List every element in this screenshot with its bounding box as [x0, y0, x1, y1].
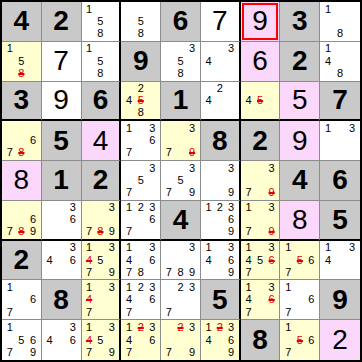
candidate-7: 7: [84, 226, 95, 238]
candidate-3: 3: [266, 242, 278, 254]
candidate-grid: 3579: [163, 162, 198, 199]
candidate-3: 3: [147, 122, 159, 134]
candidate-grid: 15679: [4, 321, 39, 359]
cell-r8c9[interactable]: 9: [320, 280, 360, 320]
candidate-1: 1: [322, 43, 334, 55]
given-digit: 2: [2, 241, 41, 280]
given-digit: 4: [280, 161, 319, 200]
candidate-1: 1: [123, 122, 135, 134]
cell-r1c8[interactable]: 3: [280, 2, 320, 42]
candidate-2: 2: [135, 202, 147, 214]
candidate-4: 4: [44, 334, 56, 347]
candidate-3: 3: [266, 202, 278, 214]
candidate-grid: 24: [203, 83, 237, 119]
cell-r8c1[interactable]: 167: [2, 280, 42, 320]
candidate-3: 3: [186, 162, 198, 174]
cell-r5c1[interactable]: 8: [2, 161, 42, 201]
candidate-grid: 13469: [203, 242, 237, 279]
cell-r8c8[interactable]: 167: [280, 280, 320, 320]
candidate-grid: 2458: [123, 83, 158, 119]
cell-r3c4[interactable]: 2458: [121, 82, 161, 122]
candidate-7: 7: [84, 306, 95, 318]
candidate-3: 3: [147, 321, 159, 334]
candidate-5-eliminated: 5: [135, 94, 147, 106]
candidate-8: 8: [135, 266, 147, 278]
candidate-3: 3: [67, 321, 79, 334]
candidate-1: 1: [84, 3, 95, 15]
cell-r9c6[interactable]: 123469: [201, 320, 241, 360]
candidate-grid: 1567: [282, 242, 317, 279]
candidate-6: 6: [225, 214, 236, 226]
candidate-3: 3: [147, 202, 159, 214]
cell-r9c5[interactable]: 2379: [161, 320, 201, 360]
candidate-grid: 379: [243, 162, 278, 199]
cell-r8c7[interactable]: 13467: [241, 280, 281, 320]
cell-r8c4[interactable]: 123467: [121, 280, 161, 320]
candidate-4: 4: [44, 254, 56, 266]
cell-r6c4[interactable]: 12367: [121, 201, 161, 241]
candidate-3: 3: [225, 43, 236, 55]
candidate-grid: 123467: [123, 321, 158, 359]
candidate-6: 6: [67, 214, 79, 226]
candidate-8-eliminated: 8: [16, 147, 28, 159]
candidate-grid: 346: [44, 242, 79, 279]
candidate-8: 8: [95, 67, 106, 79]
cell-r5c7[interactable]: 379: [241, 161, 281, 201]
candidate-grid: 158: [84, 3, 118, 40]
cell-r6c5[interactable]: 4: [161, 201, 201, 241]
cell-r9c4[interactable]: 123467: [121, 320, 161, 360]
cell-r2c5[interactable]: 358: [161, 42, 201, 82]
solved-digit: 5: [280, 82, 319, 120]
candidate-4: 4: [203, 94, 214, 106]
candidate-4: 4: [123, 294, 135, 306]
candidate-grid: 39: [203, 162, 237, 199]
cell-r1c9[interactable]: 18: [320, 2, 360, 42]
candidate-grid: 357: [123, 162, 158, 199]
candidate-1: 1: [203, 202, 214, 214]
candidate-grid: 158: [4, 43, 39, 80]
candidate-4-eliminated: 4: [84, 254, 95, 266]
candidate-5: 5: [95, 15, 106, 27]
candidate-7: 7: [282, 266, 294, 278]
candidate-3: 3: [266, 162, 278, 174]
candidate-1: 1: [282, 281, 294, 293]
cell-r8c3[interactable]: 1347: [82, 280, 122, 320]
cell-r9c7[interactable]: 8: [241, 320, 281, 360]
candidate-7: 7: [163, 346, 175, 359]
candidate-grid: 1367: [123, 122, 158, 159]
cell-r4c2[interactable]: 5: [42, 121, 82, 161]
candidate-grid: 123469: [203, 321, 237, 359]
candidate-7: 7: [123, 226, 135, 238]
candidate-7: 7: [4, 346, 16, 359]
candidate-4: 4: [243, 254, 255, 266]
candidate-7: 7: [123, 147, 135, 159]
given-digit: 3: [2, 82, 41, 120]
cell-r7c6[interactable]: 13469: [201, 241, 241, 281]
cell-r2c1[interactable]: 158: [2, 42, 42, 82]
given-digit: 2: [280, 42, 319, 81]
cell-r3c7[interactable]: 45: [241, 82, 281, 122]
candidate-9: 9: [27, 346, 39, 359]
candidate-4: 4: [203, 254, 214, 266]
candidate-grid: 45: [243, 83, 278, 119]
cell-r3c2[interactable]: 9: [42, 82, 82, 122]
candidate-7: 7: [4, 147, 16, 159]
candidate-4: 4: [243, 94, 255, 106]
candidate-9: 9: [225, 226, 236, 238]
cell-r8c2[interactable]: 8: [42, 280, 82, 320]
candidate-5: 5: [16, 334, 28, 347]
cell-r1c5[interactable]: 6: [161, 2, 201, 42]
given-digit: 8: [241, 320, 280, 360]
candidate-4: 4: [203, 334, 214, 347]
candidate-7: 7: [4, 226, 16, 238]
candidate-3: 3: [147, 281, 159, 293]
cell-r2c6[interactable]: 34: [201, 42, 241, 82]
candidate-9-eliminated: 9: [266, 226, 278, 238]
cell-r6c9[interactable]: 5: [320, 201, 360, 241]
given-digit: 5: [42, 121, 81, 160]
candidate-3: 3: [147, 242, 159, 254]
candidate-6: 6: [306, 254, 318, 266]
cell-r4c3[interactable]: 4: [82, 121, 122, 161]
cell-r1c3[interactable]: 158: [82, 2, 122, 42]
candidate-grid: 358: [163, 43, 198, 80]
candidate-9: 9: [225, 266, 236, 278]
candidate-4: 4: [123, 334, 135, 347]
cell-r7c5[interactable]: 3789: [161, 241, 201, 281]
candidate-6: 6: [147, 135, 159, 147]
candidate-1: 1: [203, 242, 214, 254]
given-digit: 8: [42, 280, 81, 319]
cell-r2c2[interactable]: 7: [42, 42, 82, 82]
candidate-8: 8: [95, 28, 106, 40]
candidate-4: 4: [322, 254, 334, 266]
cell-r7c1[interactable]: 2: [2, 241, 42, 281]
cell-r5c6[interactable]: 39: [201, 161, 241, 201]
candidate-6-eliminated: 6: [266, 294, 278, 306]
given-digit: 2: [82, 161, 120, 200]
candidate-7: 7: [123, 346, 135, 359]
candidate-3: 3: [147, 162, 159, 174]
given-digit: 4: [161, 201, 200, 239]
candidate-1: 1: [322, 242, 334, 254]
cell-r4c9[interactable]: 13: [320, 121, 360, 161]
candidate-grid: 134579: [84, 321, 118, 359]
candidate-4-eliminated: 4: [84, 294, 95, 306]
cell-r9c3[interactable]: 134579: [82, 320, 122, 360]
cell-r6c6[interactable]: 12369: [201, 201, 241, 241]
given-digit: 3: [280, 2, 319, 41]
candidate-grid: 12367: [123, 202, 158, 238]
candidate-3: 3: [67, 202, 79, 214]
candidate-5: 5: [135, 15, 147, 27]
cell-r2c9[interactable]: 148: [320, 42, 360, 82]
candidate-7: 7: [4, 306, 16, 318]
candidate-1: 1: [84, 281, 95, 293]
candidate-grid: 1347: [84, 281, 118, 318]
candidate-7: 7: [282, 306, 294, 318]
cell-r3c5[interactable]: 1: [161, 82, 201, 122]
cell-r7c3[interactable]: 134579: [82, 241, 122, 281]
candidate-grid: 18: [322, 3, 358, 40]
cell-r7c2[interactable]: 346: [42, 241, 82, 281]
candidate-grid: 12369: [203, 202, 237, 238]
cell-r7c9[interactable]: 134: [320, 241, 360, 281]
cell-r3c1[interactable]: 3: [2, 82, 42, 122]
given-digit: 1: [161, 82, 200, 120]
candidate-1: 1: [4, 321, 16, 334]
candidate-grid: 34: [203, 43, 237, 80]
candidate-grid: 1567: [282, 321, 317, 359]
candidate-5-eliminated: 5: [294, 334, 306, 347]
candidate-1: 1: [84, 242, 95, 254]
candidate-1: 1: [282, 321, 294, 334]
candidate-6: 6: [306, 294, 318, 306]
candidate-2: 2: [135, 281, 147, 293]
candidate-5-eliminated: 5: [254, 94, 266, 106]
candidate-grid: 2379: [163, 321, 198, 359]
candidate-grid: 3789: [84, 202, 118, 238]
candidate-3: 3: [225, 162, 236, 174]
candidate-2: 2: [214, 83, 225, 95]
candidate-grid: 13467: [243, 281, 278, 318]
cell-r5c3[interactable]: 2: [82, 161, 122, 201]
cell-r9c8[interactable]: 1567: [280, 320, 320, 360]
cell-r9c1[interactable]: 15679: [2, 320, 42, 360]
candidate-grid: 134: [322, 242, 358, 279]
candidate-7: 7: [243, 226, 255, 238]
candidate-grid: 134678: [123, 242, 158, 279]
candidate-6: 6: [306, 334, 318, 347]
candidate-8-eliminated: 8: [16, 67, 28, 79]
solved-digit: 9: [42, 82, 81, 120]
cell-r4c5[interactable]: 379: [161, 121, 201, 161]
candidate-8: 8: [175, 266, 187, 278]
candidate-6: 6: [67, 334, 79, 347]
candidate-3: 3: [225, 242, 236, 254]
cell-r4c7[interactable]: 2: [241, 121, 281, 161]
solved-digit: 7: [42, 42, 81, 81]
candidate-grid: 134579: [84, 242, 118, 279]
solved-digit: 8: [2, 161, 41, 200]
cell-r6c1[interactable]: 6789: [2, 201, 42, 241]
candidate-2-eliminated: 2: [214, 321, 225, 334]
candidate-1: 1: [282, 242, 294, 254]
candidate-7: 7: [163, 147, 175, 159]
candidate-grid: 237: [163, 281, 198, 318]
candidate-5: 5: [16, 55, 28, 67]
candidate-1: 1: [243, 242, 255, 254]
candidate-grid: 134567: [243, 242, 278, 279]
candidate-3: 3: [186, 281, 198, 293]
given-digit: 6: [161, 2, 200, 41]
solved-digit: 9: [280, 121, 319, 160]
candidate-9: 9: [27, 226, 39, 238]
candidate-2: 2: [214, 202, 225, 214]
candidate-8: 8: [175, 67, 187, 79]
cell-r2c8[interactable]: 2: [280, 42, 320, 82]
given-digit: 9: [320, 280, 360, 319]
given-digit: 4: [2, 2, 41, 41]
candidate-9-eliminated: 9: [186, 147, 198, 159]
candidate-3: 3: [67, 242, 79, 254]
solved-digit: 9: [241, 2, 280, 41]
candidate-7: 7: [123, 306, 135, 318]
cell-r4c4[interactable]: 1367: [121, 121, 161, 161]
candidate-grid: 167: [282, 281, 317, 318]
given-digit: 2: [42, 2, 81, 41]
cell-r4c8[interactable]: 9: [280, 121, 320, 161]
solved-digit: 2: [320, 320, 360, 360]
cell-r4c1[interactable]: 678: [2, 121, 42, 161]
candidate-2: 2: [135, 83, 147, 95]
candidate-1: 1: [84, 321, 95, 334]
candidate-2: 2: [175, 281, 187, 293]
candidate-1: 1: [84, 43, 95, 55]
candidate-8-eliminated: 8: [16, 226, 28, 238]
candidate-6: 6: [27, 334, 39, 347]
candidate-grid: 1379: [243, 202, 278, 238]
candidate-9: 9: [106, 266, 117, 278]
candidate-3: 3: [106, 281, 117, 293]
cell-r3c6[interactable]: 24: [201, 82, 241, 122]
given-digit: 1: [42, 161, 81, 200]
cell-r9c2[interactable]: 346: [42, 320, 82, 360]
candidate-grid: 148: [322, 43, 358, 80]
candidate-grid: 13: [322, 122, 358, 159]
cell-r9c9[interactable]: 2: [320, 320, 360, 360]
candidate-4: 4: [123, 254, 135, 266]
candidate-6: 6: [147, 214, 159, 226]
candidate-4: 4: [203, 55, 214, 67]
candidate-7: 7: [123, 266, 135, 278]
candidate-grid: 346: [44, 321, 79, 359]
cell-r7c4[interactable]: 134678: [121, 241, 161, 281]
cell-r6c7[interactable]: 1379: [241, 201, 281, 241]
candidate-8: 8: [334, 28, 346, 40]
candidate-3: 3: [186, 242, 198, 254]
candidate-7: 7: [163, 306, 175, 318]
candidate-grid: 58: [123, 3, 158, 40]
candidate-9: 9: [186, 187, 198, 199]
cell-r5c5[interactable]: 3579: [161, 161, 201, 201]
cell-r1c1[interactable]: 4: [2, 2, 42, 42]
cell-r7c8[interactable]: 1567: [280, 241, 320, 281]
candidate-4: 4: [322, 55, 334, 67]
cell-r5c4[interactable]: 357: [121, 161, 161, 201]
candidate-3: 3: [106, 202, 117, 214]
candidate-6: 6: [27, 135, 39, 147]
solved-digit: 7: [201, 2, 239, 41]
cell-r8c6[interactable]: 5: [201, 280, 241, 320]
candidate-5-eliminated: 5: [294, 254, 306, 266]
candidate-grid: 379: [163, 122, 198, 159]
candidate-6-eliminated: 6: [266, 254, 278, 266]
candidate-3: 3: [346, 122, 358, 134]
cell-r1c4[interactable]: 58: [121, 2, 161, 42]
candidate-3: 3: [186, 321, 198, 334]
cell-r2c7[interactable]: 6: [241, 42, 281, 82]
candidate-4: 4: [243, 294, 255, 306]
cell-r5c2[interactable]: 1: [42, 161, 82, 201]
cell-r2c3[interactable]: 158: [82, 42, 122, 82]
cell-r3c3[interactable]: 6: [82, 82, 122, 122]
given-digit: 2: [241, 121, 280, 160]
cell-r6c3[interactable]: 3789: [82, 201, 122, 241]
candidate-9: 9: [186, 266, 198, 278]
cell-r7c7[interactable]: 134567: [241, 241, 281, 281]
candidate-9-eliminated: 9: [266, 187, 278, 199]
candidate-3: 3: [225, 321, 236, 334]
candidate-grid: 6789: [4, 202, 39, 238]
candidate-8: 8: [334, 67, 346, 79]
candidate-1: 1: [322, 122, 334, 134]
cell-r5c9[interactable]: 6: [320, 161, 360, 201]
cell-r3c9[interactable]: 7: [320, 82, 360, 122]
candidate-7: 7: [243, 266, 255, 278]
candidate-2-eliminated: 2: [175, 321, 187, 334]
candidate-5: 5: [175, 55, 187, 67]
given-digit: 5: [201, 280, 239, 319]
candidate-4: 4: [123, 94, 135, 106]
solved-digit: 8: [280, 201, 319, 239]
candidate-1: 1: [123, 202, 135, 214]
cell-r1c2[interactable]: 2: [42, 2, 82, 42]
candidate-3: 3: [186, 43, 198, 55]
candidate-1: 1: [4, 43, 16, 55]
candidate-3: 3: [346, 242, 358, 254]
cell-r8c5[interactable]: 237: [161, 280, 201, 320]
candidate-7: 7: [243, 306, 255, 318]
candidate-5: 5: [254, 254, 266, 266]
given-digit: 5: [320, 201, 360, 239]
candidate-1: 1: [243, 281, 255, 293]
candidate-6: 6: [27, 294, 39, 306]
candidate-7: 7: [123, 187, 135, 199]
candidate-9: 9: [186, 346, 198, 359]
candidate-5: 5: [175, 174, 187, 186]
cell-r1c7-selected[interactable]: 9: [241, 2, 281, 42]
cell-r1c6[interactable]: 7: [201, 2, 241, 42]
candidate-1: 1: [4, 281, 16, 293]
cell-r6c2[interactable]: 36: [42, 201, 82, 241]
candidate-2-eliminated: 2: [135, 321, 147, 334]
candidate-grid: 678: [4, 122, 39, 159]
candidate-7: 7: [243, 187, 255, 199]
cell-r4c6[interactable]: 8: [201, 121, 241, 161]
candidate-grid: 3789: [163, 242, 198, 279]
candidate-6: 6: [147, 294, 159, 306]
cell-r5c8[interactable]: 4: [280, 161, 320, 201]
given-digit: 9: [121, 42, 160, 81]
candidate-6: 6: [147, 334, 159, 347]
candidate-7: 7: [163, 187, 175, 199]
candidate-6: 6: [225, 254, 236, 266]
candidate-1: 1: [243, 202, 255, 214]
candidate-9: 9: [106, 346, 117, 359]
cell-r2c4[interactable]: 9: [121, 42, 161, 82]
candidate-3: 3: [225, 202, 236, 214]
candidate-7: 7: [84, 266, 95, 278]
cell-r6c8[interactable]: 8: [280, 201, 320, 241]
cell-r3c8[interactable]: 5: [280, 82, 320, 122]
candidate-1: 1: [322, 3, 334, 15]
given-digit: 6: [82, 82, 120, 120]
solved-digit: 4: [82, 121, 120, 160]
